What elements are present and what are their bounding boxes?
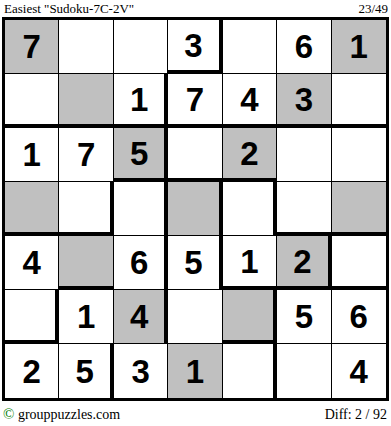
cell-r4c2[interactable] (59, 182, 113, 236)
cell-r5c4[interactable]: 5 (168, 236, 222, 290)
cell-r4c1[interactable] (5, 182, 59, 236)
copyright-icon: © (3, 406, 14, 422)
cell-r2c5[interactable]: 4 (223, 74, 277, 128)
cell-r5c7[interactable] (332, 236, 386, 290)
cell-r3c3[interactable]: 5 (114, 128, 168, 182)
cell-r2c1[interactable] (5, 74, 59, 128)
cell-r4c3[interactable] (114, 182, 168, 236)
cell-r1c2[interactable] (59, 20, 113, 74)
cell-r2c4[interactable]: 7 (168, 74, 222, 128)
cell-r1c1[interactable]: 7 (5, 20, 59, 74)
cell-r7c7[interactable]: 4 (332, 344, 386, 398)
cell-r3c1[interactable]: 1 (5, 128, 59, 182)
cell-r2c3[interactable]: 1 (114, 74, 168, 128)
cell-r3c4[interactable] (168, 128, 222, 182)
cell-r2c6[interactable]: 3 (277, 74, 331, 128)
site-name: grouppuzzles.com (14, 407, 120, 422)
cell-r7c2[interactable]: 5 (59, 344, 113, 398)
cell-r6c1[interactable] (5, 290, 59, 344)
cell-r1c5[interactable] (223, 20, 277, 74)
cell-r4c7[interactable] (332, 182, 386, 236)
cell-r2c7[interactable] (332, 74, 386, 128)
puzzle-title: Easiest "Sudoku-7C-2V" (4, 1, 134, 17)
sudoku-board: 73611743175246512145625314 (2, 17, 389, 401)
cell-r2c2[interactable] (59, 74, 113, 128)
cell-r3c6[interactable] (277, 128, 331, 182)
cell-r5c6[interactable]: 2 (277, 236, 331, 290)
cell-r4c4[interactable] (168, 182, 222, 236)
copyright-line: © grouppuzzles.com (3, 406, 120, 423)
cell-r7c3[interactable]: 3 (114, 344, 168, 398)
cell-r6c3[interactable]: 4 (114, 290, 168, 344)
cell-r3c2[interactable]: 7 (59, 128, 113, 182)
cell-r6c2[interactable]: 1 (59, 290, 113, 344)
cell-r6c5[interactable] (223, 290, 277, 344)
cell-r5c5[interactable]: 1 (223, 236, 277, 290)
cell-r3c5[interactable]: 2 (223, 128, 277, 182)
cell-r7c6[interactable] (277, 344, 331, 398)
cell-r4c6[interactable] (277, 182, 331, 236)
cell-r7c5[interactable] (223, 344, 277, 398)
cell-r7c1[interactable]: 2 (5, 344, 59, 398)
cell-r6c4[interactable] (168, 290, 222, 344)
cell-r5c1[interactable]: 4 (5, 236, 59, 290)
cell-r1c6[interactable]: 6 (277, 20, 331, 74)
cell-r5c2[interactable] (59, 236, 113, 290)
cell-r5c3[interactable]: 6 (114, 236, 168, 290)
cell-r7c4[interactable]: 1 (168, 344, 222, 398)
cell-r1c3[interactable] (114, 20, 168, 74)
cell-r6c7[interactable]: 6 (332, 290, 386, 344)
cell-r1c7[interactable]: 1 (332, 20, 386, 74)
cell-r3c7[interactable] (332, 128, 386, 182)
givens-counter: 23/49 (358, 1, 388, 17)
difficulty-label: Diff: 2 / 92 (325, 407, 387, 423)
cell-r1c4[interactable]: 3 (168, 20, 222, 74)
cell-r6c6[interactable]: 5 (277, 290, 331, 344)
cell-r4c5[interactable] (223, 182, 277, 236)
